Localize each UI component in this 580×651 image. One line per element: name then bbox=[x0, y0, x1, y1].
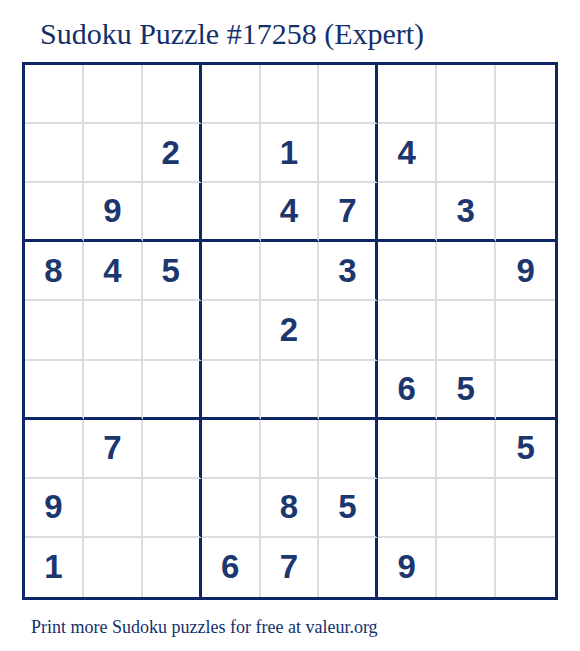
cell-r8c6[interactable]: 5 bbox=[319, 479, 378, 538]
cell-r9c3[interactable] bbox=[143, 538, 202, 597]
cell-r6c3[interactable] bbox=[143, 361, 202, 420]
cell-r2c6[interactable] bbox=[319, 124, 378, 183]
cell-r7c6[interactable] bbox=[319, 420, 378, 479]
cell-r5c9[interactable] bbox=[496, 301, 555, 360]
cell-r5c8[interactable] bbox=[437, 301, 496, 360]
cell-r9c4[interactable]: 6 bbox=[202, 538, 261, 597]
cell-r4c1[interactable]: 8 bbox=[25, 242, 84, 301]
cell-r3c5[interactable]: 4 bbox=[261, 183, 320, 242]
cell-r8c1[interactable]: 9 bbox=[25, 479, 84, 538]
cell-r2c8[interactable] bbox=[437, 124, 496, 183]
cell-r7c9[interactable]: 5 bbox=[496, 420, 555, 479]
cell-r5c3[interactable] bbox=[143, 301, 202, 360]
cell-r3c2[interactable]: 9 bbox=[84, 183, 143, 242]
cell-r4c6[interactable]: 3 bbox=[319, 242, 378, 301]
cell-r3c4[interactable] bbox=[202, 183, 261, 242]
cell-r9c7[interactable]: 9 bbox=[378, 538, 437, 597]
cell-r9c2[interactable] bbox=[84, 538, 143, 597]
cell-r1c3[interactable] bbox=[143, 65, 202, 124]
cell-r1c5[interactable] bbox=[261, 65, 320, 124]
cell-r3c6[interactable]: 7 bbox=[319, 183, 378, 242]
cell-r7c8[interactable] bbox=[437, 420, 496, 479]
cell-r2c7[interactable]: 4 bbox=[378, 124, 437, 183]
cell-r5c2[interactable] bbox=[84, 301, 143, 360]
cell-r8c3[interactable] bbox=[143, 479, 202, 538]
cell-r8c5[interactable]: 8 bbox=[261, 479, 320, 538]
cell-r4c7[interactable] bbox=[378, 242, 437, 301]
cell-r6c1[interactable] bbox=[25, 361, 84, 420]
cell-r4c3[interactable]: 5 bbox=[143, 242, 202, 301]
cell-r6c6[interactable] bbox=[319, 361, 378, 420]
cell-r9c6[interactable] bbox=[319, 538, 378, 597]
cell-r4c4[interactable] bbox=[202, 242, 261, 301]
page-title: Sudoku Puzzle #17258 (Expert) bbox=[40, 17, 424, 51]
cell-r6c9[interactable] bbox=[496, 361, 555, 420]
cell-r3c9[interactable] bbox=[496, 183, 555, 242]
cell-r1c6[interactable] bbox=[319, 65, 378, 124]
cell-r8c8[interactable] bbox=[437, 479, 496, 538]
cell-r2c9[interactable] bbox=[496, 124, 555, 183]
cell-r6c8[interactable]: 5 bbox=[437, 361, 496, 420]
cell-r9c9[interactable] bbox=[496, 538, 555, 597]
cell-r5c4[interactable] bbox=[202, 301, 261, 360]
cell-r8c2[interactable] bbox=[84, 479, 143, 538]
cell-r1c7[interactable] bbox=[378, 65, 437, 124]
cell-r8c4[interactable] bbox=[202, 479, 261, 538]
cell-r8c7[interactable] bbox=[378, 479, 437, 538]
cell-r5c1[interactable] bbox=[25, 301, 84, 360]
cell-r7c5[interactable] bbox=[261, 420, 320, 479]
cell-r1c2[interactable] bbox=[84, 65, 143, 124]
cell-r4c2[interactable]: 4 bbox=[84, 242, 143, 301]
cell-r5c6[interactable] bbox=[319, 301, 378, 360]
cell-r6c4[interactable] bbox=[202, 361, 261, 420]
cell-r6c2[interactable] bbox=[84, 361, 143, 420]
cell-r1c9[interactable] bbox=[496, 65, 555, 124]
cell-r7c3[interactable] bbox=[143, 420, 202, 479]
cell-r9c8[interactable] bbox=[437, 538, 496, 597]
cell-r7c4[interactable] bbox=[202, 420, 261, 479]
cell-r1c8[interactable] bbox=[437, 65, 496, 124]
cell-r4c8[interactable] bbox=[437, 242, 496, 301]
sudoku-board: 214947384539265759851679 bbox=[22, 62, 558, 600]
cell-r9c5[interactable]: 7 bbox=[261, 538, 320, 597]
cell-r5c5[interactable]: 2 bbox=[261, 301, 320, 360]
cell-r1c1[interactable] bbox=[25, 65, 84, 124]
cell-r4c9[interactable]: 9 bbox=[496, 242, 555, 301]
cell-r9c1[interactable]: 1 bbox=[25, 538, 84, 597]
cell-r7c1[interactable] bbox=[25, 420, 84, 479]
cell-r6c5[interactable] bbox=[261, 361, 320, 420]
cell-r3c7[interactable] bbox=[378, 183, 437, 242]
cell-r6c7[interactable]: 6 bbox=[378, 361, 437, 420]
cell-r3c3[interactable] bbox=[143, 183, 202, 242]
cell-r7c2[interactable]: 7 bbox=[84, 420, 143, 479]
sudoku-print-page: Sudoku Puzzle #17258 (Expert) 2149473845… bbox=[0, 0, 580, 651]
cell-r2c2[interactable] bbox=[84, 124, 143, 183]
cell-r1c4[interactable] bbox=[202, 65, 261, 124]
cell-r3c8[interactable]: 3 bbox=[437, 183, 496, 242]
cell-r5c7[interactable] bbox=[378, 301, 437, 360]
cell-r7c7[interactable] bbox=[378, 420, 437, 479]
cell-r4c5[interactable] bbox=[261, 242, 320, 301]
cell-r2c3[interactable]: 2 bbox=[143, 124, 202, 183]
footer-text: Print more Sudoku puzzles for free at va… bbox=[31, 617, 378, 638]
cell-r2c5[interactable]: 1 bbox=[261, 124, 320, 183]
cell-r2c1[interactable] bbox=[25, 124, 84, 183]
cell-r3c1[interactable] bbox=[25, 183, 84, 242]
cell-r2c4[interactable] bbox=[202, 124, 261, 183]
cell-r8c9[interactable] bbox=[496, 479, 555, 538]
